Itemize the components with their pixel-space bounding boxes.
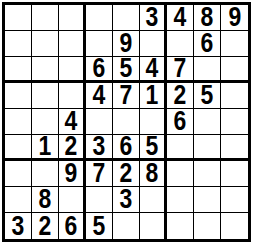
cell-r4c5[interactable]: 7	[113, 83, 140, 109]
cell-r2c2[interactable]	[32, 31, 59, 57]
cell-r4c4[interactable]: 4	[86, 83, 113, 109]
cell-r1c2[interactable]	[32, 5, 59, 31]
given-digit: 5	[93, 212, 106, 241]
cell-r5c7[interactable]: 6	[167, 109, 194, 135]
cell-r8c7[interactable]	[167, 187, 194, 213]
given-digit: 8	[146, 159, 159, 188]
cell-r8c8[interactable]	[194, 187, 221, 213]
cell-r1c4[interactable]	[86, 5, 113, 31]
cell-r9c7[interactable]	[167, 213, 194, 239]
cell-r1c9[interactable]: 9	[221, 5, 248, 31]
cell-r3c3[interactable]	[59, 57, 86, 83]
cell-r5c8[interactable]	[194, 109, 221, 135]
given-digit: 6	[174, 107, 187, 136]
cell-r7c8[interactable]	[194, 161, 221, 187]
cell-r9c1[interactable]: 3	[5, 213, 32, 239]
cell-r4c8[interactable]: 5	[194, 83, 221, 109]
cell-r8c6[interactable]	[140, 187, 167, 213]
cell-r5c9[interactable]	[221, 109, 248, 135]
cell-r6c1[interactable]	[5, 135, 32, 161]
given-digit: 7	[93, 159, 106, 188]
cell-r3c2[interactable]	[32, 57, 59, 83]
cell-r9c9[interactable]	[221, 213, 248, 239]
cell-r4c6[interactable]: 1	[140, 83, 167, 109]
cell-r6c9[interactable]	[221, 135, 248, 161]
cell-r2c1[interactable]	[5, 31, 32, 57]
cell-r7c9[interactable]	[221, 161, 248, 187]
given-digit: 3	[12, 212, 25, 241]
cell-r2c8[interactable]: 6	[194, 31, 221, 57]
cell-r1c3[interactable]	[59, 5, 86, 31]
given-digit: 4	[174, 3, 187, 32]
cell-r7c3[interactable]: 9	[59, 161, 86, 187]
given-digit: 7	[120, 81, 133, 110]
cell-r5c1[interactable]	[5, 109, 32, 135]
cell-r1c7[interactable]: 4	[167, 5, 194, 31]
cell-r9c5[interactable]	[113, 213, 140, 239]
given-digit: 3	[120, 185, 133, 214]
cell-r4c1[interactable]	[5, 83, 32, 109]
cell-r7c6[interactable]: 8	[140, 161, 167, 187]
given-digit: 1	[146, 81, 159, 110]
cell-r2c9[interactable]	[221, 31, 248, 57]
cell-r9c6[interactable]	[140, 213, 167, 239]
cell-r6c8[interactable]	[194, 135, 221, 161]
cell-r6c7[interactable]	[167, 135, 194, 161]
cell-r7c1[interactable]	[5, 161, 32, 187]
cell-r7c7[interactable]	[167, 161, 194, 187]
given-digit: 9	[65, 159, 78, 188]
cell-r6c2[interactable]: 1	[32, 135, 59, 161]
given-digit: 5	[201, 81, 214, 110]
cell-r4c9[interactable]	[221, 83, 248, 109]
cell-r9c8[interactable]	[194, 213, 221, 239]
cell-r8c9[interactable]	[221, 187, 248, 213]
given-digit: 2	[39, 212, 52, 241]
cell-r1c6[interactable]: 3	[140, 5, 167, 31]
given-digit: 6	[65, 212, 78, 241]
cell-r2c3[interactable]	[59, 31, 86, 57]
cell-r9c4[interactable]: 5	[86, 213, 113, 239]
cell-r7c4[interactable]: 7	[86, 161, 113, 187]
given-digit: 9	[228, 3, 241, 32]
given-digit: 6	[201, 29, 214, 58]
cell-r3c1[interactable]	[5, 57, 32, 83]
cell-r9c2[interactable]: 2	[32, 213, 59, 239]
cell-r8c5[interactable]: 3	[113, 187, 140, 213]
cell-r4c2[interactable]	[32, 83, 59, 109]
sudoku-board: 34899665474712546123659728833265	[2, 2, 251, 242]
cell-r1c1[interactable]	[5, 5, 32, 31]
given-digit: 3	[146, 3, 159, 32]
cell-r3c9[interactable]	[221, 57, 248, 83]
cell-r9c3[interactable]: 6	[59, 213, 86, 239]
given-digit: 4	[93, 81, 106, 110]
given-digit: 1	[39, 132, 52, 161]
